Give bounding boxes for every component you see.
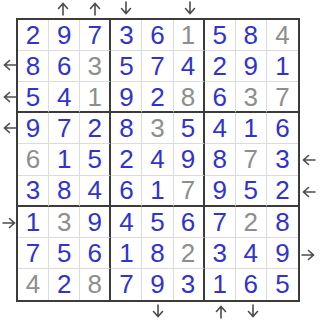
entered-digit: 3: [181, 271, 195, 297]
cell-r3c8[interactable]: 3: [236, 82, 267, 113]
entered-digit: 2: [275, 177, 289, 203]
cell-r1c2[interactable]: 9: [49, 20, 80, 51]
cell-r2c7[interactable]: 2: [205, 51, 236, 82]
cell-r9c8[interactable]: 6: [236, 269, 267, 300]
cell-r7c8[interactable]: 2: [236, 207, 267, 238]
entered-digit: 7: [57, 115, 71, 141]
entered-digit: 9: [119, 84, 133, 110]
entered-digit: 8: [57, 177, 71, 203]
cell-r7c5[interactable]: 5: [142, 207, 173, 238]
cell-r8c6[interactable]: 2: [174, 238, 205, 269]
entered-digit: 4: [88, 177, 102, 203]
entered-digit: 7: [119, 271, 133, 297]
cell-r9c4[interactable]: 7: [111, 269, 142, 300]
entered-digit: 4: [181, 53, 195, 79]
arrow-top-col2-up-icon: [57, 1, 69, 16]
entered-digit: 9: [150, 271, 164, 297]
cell-r1c4[interactable]: 3: [111, 20, 142, 51]
given-digit: 7: [275, 84, 289, 110]
entered-digit: 6: [119, 177, 133, 203]
cell-r5c9[interactable]: 3: [267, 144, 298, 175]
given-digit: 7: [244, 146, 258, 172]
cell-r8c3[interactable]: 6: [80, 238, 111, 269]
arrow-left-row3-left-icon: [2, 91, 17, 103]
entered-digit: 4: [212, 115, 226, 141]
cell-r6c6[interactable]: 7: [174, 176, 205, 207]
entered-digit: 1: [119, 240, 133, 266]
entered-digit: 5: [88, 146, 102, 172]
given-digit: 3: [150, 115, 164, 141]
cell-r3c1[interactable]: 5: [18, 82, 49, 113]
cell-r1c9[interactable]: 4: [267, 20, 298, 51]
cell-r6c5[interactable]: 1: [142, 176, 173, 207]
entered-digit: 4: [57, 84, 71, 110]
cell-r8c7[interactable]: 3: [205, 238, 236, 269]
cell-r9c5[interactable]: 9: [142, 269, 173, 300]
entered-digit: 5: [119, 53, 133, 79]
cell-r4c4[interactable]: 8: [111, 113, 142, 144]
given-digit: 2: [181, 240, 195, 266]
entered-digit: 6: [275, 115, 289, 141]
entered-digit: 3: [212, 240, 226, 266]
entered-digit: 1: [26, 209, 40, 235]
arrow-bottom-col5-down-icon: [152, 304, 164, 319]
entered-digit: 6: [244, 271, 258, 297]
cell-r8c1[interactable]: 7: [18, 238, 49, 269]
given-digit: 1: [88, 84, 102, 110]
cell-r7c7[interactable]: 7: [205, 207, 236, 238]
entered-digit: 1: [212, 271, 226, 297]
cell-r3c4[interactable]: 9: [111, 82, 142, 113]
entered-digit: 6: [212, 84, 226, 110]
cell-r6c9[interactable]: 2: [267, 176, 298, 207]
cell-r4c8[interactable]: 1: [236, 113, 267, 144]
arrow-top-col4-down-icon: [120, 1, 132, 16]
entered-digit: 1: [244, 115, 258, 141]
cell-r7c2[interactable]: 3: [49, 207, 80, 238]
cell-r6c2[interactable]: 8: [49, 176, 80, 207]
cell-r5c1[interactable]: 6: [18, 144, 49, 175]
sudoku-board: 2973615848635742915419286379728354166152…: [16, 18, 300, 302]
cell-r3c9[interactable]: 7: [267, 82, 298, 113]
cell-r5c5[interactable]: 4: [142, 144, 173, 175]
cell-r5c6[interactable]: 9: [174, 144, 205, 175]
cell-r2c8[interactable]: 9: [236, 51, 267, 82]
given-digit: 2: [244, 209, 258, 235]
entered-digit: 5: [212, 22, 226, 48]
cell-r5c4[interactable]: 2: [111, 144, 142, 175]
entered-digit: 4: [150, 146, 164, 172]
cell-r1c7[interactable]: 5: [205, 20, 236, 51]
cell-r2c1[interactable]: 8: [18, 51, 49, 82]
cell-r9c7[interactable]: 1: [205, 269, 236, 300]
arrow-left-row4-left-icon: [2, 122, 17, 134]
entered-digit: 7: [212, 209, 226, 235]
entered-digit: 4: [244, 240, 258, 266]
entered-digit: 5: [57, 240, 71, 266]
entered-digit: 2: [88, 115, 102, 141]
cell-r2c6[interactable]: 4: [174, 51, 205, 82]
entered-digit: 8: [26, 53, 40, 79]
arrow-bottom-col7-up-icon: [215, 304, 227, 319]
cell-r8c5[interactable]: 8: [142, 238, 173, 269]
entered-digit: 6: [150, 22, 164, 48]
cell-r2c3[interactable]: 3: [80, 51, 111, 82]
given-digit: 8: [88, 271, 102, 297]
entered-digit: 1: [57, 146, 71, 172]
entered-digit: 7: [150, 53, 164, 79]
given-digit: 7: [181, 177, 195, 203]
cell-r8c4[interactable]: 1: [111, 238, 142, 269]
entered-digit: 8: [275, 209, 289, 235]
cell-r7c9[interactable]: 8: [267, 207, 298, 238]
entered-digit: 6: [57, 53, 71, 79]
entered-digit: 8: [150, 240, 164, 266]
given-digit: 3: [57, 209, 71, 235]
entered-digit: 5: [244, 177, 258, 203]
given-digit: 3: [244, 84, 258, 110]
cell-r9c2[interactable]: 2: [49, 269, 80, 300]
cell-r2c9[interactable]: 1: [267, 51, 298, 82]
arrow-bottom-col8-down-icon: [247, 304, 259, 319]
entered-digit: 8: [119, 115, 133, 141]
cell-r1c5[interactable]: 6: [142, 20, 173, 51]
entered-digit: 5: [275, 271, 289, 297]
entered-digit: 5: [26, 84, 40, 110]
cell-r9c9[interactable]: 5: [267, 269, 298, 300]
cell-r2c4[interactable]: 5: [111, 51, 142, 82]
cell-r5c2[interactable]: 1: [49, 144, 80, 175]
cell-r6c1[interactable]: 3: [18, 176, 49, 207]
arrow-left-row2-left-icon: [2, 59, 17, 71]
entered-digit: 2: [26, 22, 40, 48]
entered-digit: 5: [181, 115, 195, 141]
cell-r2c5[interactable]: 7: [142, 51, 173, 82]
entered-digit: 9: [57, 22, 71, 48]
entered-digit: 2: [150, 84, 164, 110]
cell-r1c1[interactable]: 2: [18, 20, 49, 51]
cell-r8c9[interactable]: 9: [267, 238, 298, 269]
given-digit: 4: [275, 22, 289, 48]
cell-r3c6[interactable]: 8: [174, 82, 205, 113]
cell-r6c8[interactable]: 5: [236, 176, 267, 207]
entered-digit: 2: [57, 271, 71, 297]
cell-r7c3[interactable]: 9: [80, 207, 111, 238]
cell-r3c7[interactable]: 6: [205, 82, 236, 113]
entered-digit: 9: [212, 177, 226, 203]
entered-digit: 9: [275, 240, 289, 266]
entered-digit: 9: [244, 53, 258, 79]
given-digit: 4: [26, 271, 40, 297]
cell-r6c7[interactable]: 9: [205, 176, 236, 207]
entered-digit: 2: [212, 53, 226, 79]
cell-r9c6[interactable]: 3: [174, 269, 205, 300]
entered-digit: 3: [275, 146, 289, 172]
entered-digit: 9: [88, 209, 102, 235]
cell-r3c3[interactable]: 1: [80, 82, 111, 113]
cell-r9c3[interactable]: 8: [80, 269, 111, 300]
cell-r5c3[interactable]: 5: [80, 144, 111, 175]
entered-digit: 9: [26, 115, 40, 141]
arrow-top-col6-down-icon: [184, 1, 196, 16]
cell-r4c9[interactable]: 6: [267, 113, 298, 144]
cell-r9c1[interactable]: 4: [18, 269, 49, 300]
given-digit: 3: [88, 53, 102, 79]
given-digit: 8: [181, 84, 195, 110]
entered-digit: 9: [181, 146, 195, 172]
cell-r3c2[interactable]: 4: [49, 82, 80, 113]
arrow-top-col3-up-icon: [89, 1, 101, 16]
entered-digit: 8: [212, 146, 226, 172]
cell-r4c3[interactable]: 2: [80, 113, 111, 144]
cell-r3c5[interactable]: 2: [142, 82, 173, 113]
cell-r7c6[interactable]: 6: [174, 207, 205, 238]
cell-r2c2[interactable]: 6: [49, 51, 80, 82]
cell-r7c4[interactable]: 4: [111, 207, 142, 238]
cell-r4c7[interactable]: 4: [205, 113, 236, 144]
cell-r4c5[interactable]: 3: [142, 113, 173, 144]
arrow-left-row7-right-icon: [2, 217, 17, 229]
cell-r1c6[interactable]: 1: [174, 20, 205, 51]
entered-digit: 1: [150, 177, 164, 203]
cell-r4c2[interactable]: 7: [49, 113, 80, 144]
given-digit: 6: [26, 146, 40, 172]
entered-digit: 2: [119, 146, 133, 172]
entered-digit: 7: [26, 240, 40, 266]
entered-digit: 8: [244, 22, 258, 48]
cell-r5c8[interactable]: 7: [236, 144, 267, 175]
cell-r7c1[interactable]: 1: [18, 207, 49, 238]
arrow-right-row5-left-icon: [301, 154, 316, 166]
entered-digit: 6: [88, 240, 102, 266]
entered-digit: 6: [181, 209, 195, 235]
sudoku-app-screen: 2973615848635742915419286379728354166152…: [0, 0, 321, 320]
entered-digit: 5: [150, 209, 164, 235]
arrow-right-row8-right-icon: [301, 249, 316, 261]
cell-r8c8[interactable]: 4: [236, 238, 267, 269]
cell-r6c4[interactable]: 6: [111, 176, 142, 207]
entered-digit: 3: [119, 22, 133, 48]
cell-r6c3[interactable]: 4: [80, 176, 111, 207]
entered-digit: 4: [119, 209, 133, 235]
cell-r1c3[interactable]: 7: [80, 20, 111, 51]
cell-r8c2[interactable]: 5: [49, 238, 80, 269]
entered-digit: 3: [26, 177, 40, 203]
entered-digit: 7: [88, 22, 102, 48]
entered-digit: 1: [275, 53, 289, 79]
cell-r4c1[interactable]: 9: [18, 113, 49, 144]
arrow-right-row6-left-icon: [301, 186, 316, 198]
given-digit: 1: [181, 22, 195, 48]
cell-r1c8[interactable]: 8: [236, 20, 267, 51]
cell-r5c7[interactable]: 8: [205, 144, 236, 175]
cell-r4c6[interactable]: 5: [174, 113, 205, 144]
